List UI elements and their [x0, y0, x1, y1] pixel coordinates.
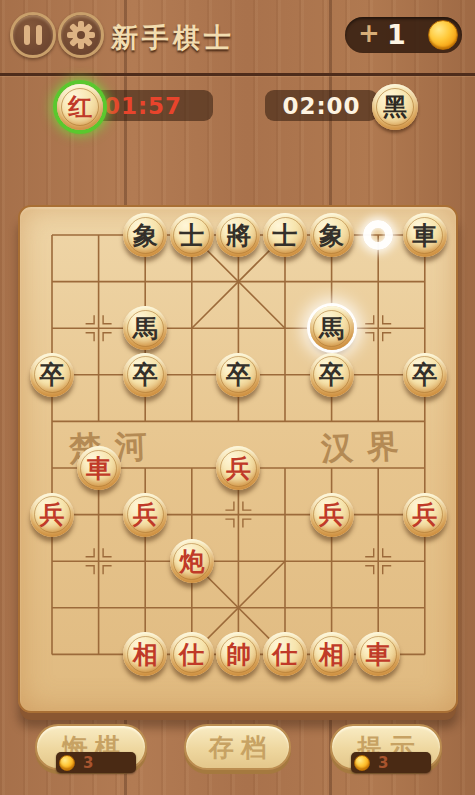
- settings-button[interactable]: [58, 12, 104, 58]
- coin-icon: [354, 755, 370, 771]
- pause-button[interactable]: [10, 12, 56, 58]
- piece-士[interactable]: 士: [263, 213, 307, 257]
- gear-icon: [68, 22, 94, 48]
- piece-車[interactable]: 車: [403, 213, 447, 257]
- pause-icon: [24, 25, 30, 45]
- piece-卒[interactable]: 卒: [310, 353, 354, 397]
- xiangqi-board[interactable]: 楚河 汉界 象士將士象車馬馬卒卒卒卒卒車兵兵兵兵兵炮相仕帥仕相車: [18, 205, 458, 713]
- top-separator: [0, 73, 475, 76]
- undo-cost: 3: [83, 754, 93, 772]
- piece-馬[interactable]: 馬: [310, 306, 354, 350]
- piece-車[interactable]: 車: [77, 446, 121, 490]
- coin-icon: [59, 755, 75, 771]
- hint-cost-badge: 3: [351, 752, 431, 773]
- coin-count: 1: [375, 19, 418, 50]
- save-button[interactable]: 存档: [184, 724, 291, 770]
- last-move-origin-marker: [363, 220, 393, 250]
- piece-仕[interactable]: 仕: [170, 632, 214, 676]
- piece-兵[interactable]: 兵: [310, 493, 354, 537]
- coin-counter[interactable]: + 1: [345, 17, 462, 53]
- piece-兵[interactable]: 兵: [403, 493, 447, 537]
- piece-卒[interactable]: 卒: [123, 353, 167, 397]
- gold-coin-icon: [428, 20, 458, 50]
- page-title: 新手棋士: [111, 20, 235, 56]
- piece-卒[interactable]: 卒: [403, 353, 447, 397]
- black-timer: 02:00: [265, 90, 378, 121]
- piece-兵[interactable]: 兵: [123, 493, 167, 537]
- piece-象[interactable]: 象: [123, 213, 167, 257]
- piece-卒[interactable]: 卒: [30, 353, 74, 397]
- red-side-badge: 红: [57, 84, 103, 130]
- piece-士[interactable]: 士: [170, 213, 214, 257]
- undo-cost-badge: 3: [56, 752, 136, 773]
- piece-象[interactable]: 象: [310, 213, 354, 257]
- piece-相[interactable]: 相: [310, 632, 354, 676]
- piece-兵[interactable]: 兵: [30, 493, 74, 537]
- piece-卒[interactable]: 卒: [216, 353, 260, 397]
- river-text-right: 汉界: [311, 424, 422, 472]
- black-side-badge: 黑: [372, 84, 418, 130]
- hint-cost: 3: [378, 754, 388, 772]
- piece-炮[interactable]: 炮: [170, 539, 214, 583]
